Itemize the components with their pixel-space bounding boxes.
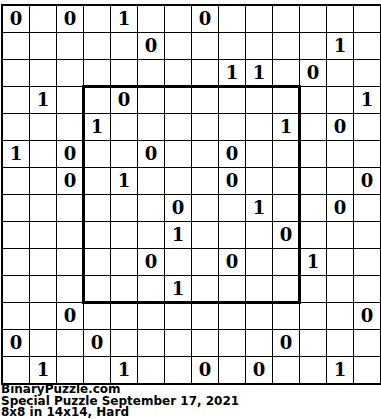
cell-r3c6[interactable] [165,87,191,113]
cell-r11c4[interactable] [111,303,137,329]
cell-r5c1[interactable] [30,141,56,167]
cell-r9c9[interactable] [246,249,272,275]
cell-r0c10[interactable] [273,6,299,32]
cell-r9c12[interactable] [327,249,353,275]
cell-r1c11[interactable] [300,33,326,59]
cell-r1c7[interactable] [192,33,218,59]
cell-r5c8: 0 [219,141,245,167]
cell-r10c8[interactable] [219,276,245,302]
cell-r1c5: 0 [138,33,164,59]
cell-r6c5[interactable] [138,168,164,194]
cell-r10c7[interactable] [192,276,218,302]
cell-r7c12: 0 [327,195,353,221]
cell-r8c9[interactable] [246,222,272,248]
cell-r10c10[interactable] [273,276,299,302]
cell-r5c0: 1 [3,141,29,167]
cell-r13c7: 0 [192,357,218,383]
cell-r8c12[interactable] [327,222,353,248]
cell-r2c10[interactable] [273,60,299,86]
cell-r9c5: 0 [138,249,164,275]
cell-r12c0: 0 [3,330,29,356]
cell-r12c3: 0 [84,330,110,356]
cell-r6c2: 0 [57,168,83,194]
cell-r13c6[interactable] [165,357,191,383]
cell-r13c10[interactable] [273,357,299,383]
cell-r12c8[interactable] [219,330,245,356]
cell-r13c5[interactable] [138,357,164,383]
cell-r6c6[interactable] [165,168,191,194]
cell-r5c7[interactable] [192,141,218,167]
cell-r1c8[interactable] [219,33,245,59]
cell-r4c2[interactable] [57,114,83,140]
cell-r13c2[interactable] [57,357,83,383]
cell-r8c13[interactable] [354,222,380,248]
cell-r7c1[interactable] [30,195,56,221]
cell-r4c10: 1 [273,114,299,140]
cell-r7c4[interactable] [111,195,137,221]
cell-r3c0[interactable] [3,87,29,113]
cell-r5c2: 0 [57,141,83,167]
cell-r2c2[interactable] [57,60,83,86]
cell-r2c6[interactable] [165,60,191,86]
cell-r13c0[interactable] [3,357,29,383]
cell-r0c4: 1 [111,6,137,32]
cell-r13c11[interactable] [300,357,326,383]
cell-r5c5: 0 [138,141,164,167]
cell-r7c13[interactable] [354,195,380,221]
cell-r1c2[interactable] [57,33,83,59]
cell-r13c9: 0 [246,357,272,383]
cell-r0c13[interactable] [354,6,380,32]
cell-r6c4: 1 [111,168,137,194]
cell-r12c1[interactable] [30,330,56,356]
cell-r10c5[interactable] [138,276,164,302]
cell-r11c11[interactable] [300,303,326,329]
cell-r5c6[interactable] [165,141,191,167]
cell-r8c0[interactable] [3,222,29,248]
cell-r3c3[interactable] [84,87,110,113]
cell-r9c7[interactable] [192,249,218,275]
cell-r1c4[interactable] [111,33,137,59]
cell-r1c3[interactable] [84,33,110,59]
cell-r10c3[interactable] [84,276,110,302]
cell-r2c9: 1 [246,60,272,86]
cell-r13c4: 1 [111,357,137,383]
cell-r13c8[interactable] [219,357,245,383]
cell-r3c12[interactable] [327,87,353,113]
cell-r2c13[interactable] [354,60,380,86]
cell-r9c10[interactable] [273,249,299,275]
cell-r0c12[interactable] [327,6,353,32]
cell-r10c13[interactable] [354,276,380,302]
cell-r12c2[interactable] [57,330,83,356]
cell-r3c9[interactable] [246,87,272,113]
cell-r7c9: 1 [246,195,272,221]
cell-r1c10[interactable] [273,33,299,59]
cell-r7c10[interactable] [273,195,299,221]
board-wrapper: 0010011101011101000010001010001100000110… [1,4,381,385]
cell-r9c0[interactable] [3,249,29,275]
cell-r1c0[interactable] [3,33,29,59]
cell-r4c8[interactable] [219,114,245,140]
cell-r11c3[interactable] [84,303,110,329]
cell-r2c1[interactable] [30,60,56,86]
cell-r5c9[interactable] [246,141,272,167]
cell-r9c2[interactable] [57,249,83,275]
cell-r7c8[interactable] [219,195,245,221]
cell-r12c7[interactable] [192,330,218,356]
cell-r1c9[interactable] [246,33,272,59]
cell-r9c11: 1 [300,249,326,275]
cell-r4c0[interactable] [3,114,29,140]
cell-r7c5[interactable] [138,195,164,221]
cell-r6c3[interactable] [84,168,110,194]
cell-r8c10: 0 [273,222,299,248]
cell-r11c2: 0 [57,303,83,329]
cell-r4c5[interactable] [138,114,164,140]
cell-r8c8[interactable] [219,222,245,248]
cell-r6c8: 0 [219,168,245,194]
cell-r1c12: 1 [327,33,353,59]
cell-r5c10[interactable] [273,141,299,167]
cell-r4c4[interactable] [111,114,137,140]
cell-r10c0[interactable] [3,276,29,302]
cell-r0c2: 0 [57,6,83,32]
cell-r7c2[interactable] [57,195,83,221]
puzzle-board: 0010011101011101000010001010001100000110… [1,4,381,385]
cell-r8c2[interactable] [57,222,83,248]
cell-r7c6: 0 [165,195,191,221]
cell-r12c9[interactable] [246,330,272,356]
cell-r0c11[interactable] [300,6,326,32]
cell-r10c6: 1 [165,276,191,302]
cell-r11c9[interactable] [246,303,272,329]
cell-r10c11[interactable] [300,276,326,302]
cell-r1c6[interactable] [165,33,191,59]
cell-r11c5[interactable] [138,303,164,329]
cell-r9c4[interactable] [111,249,137,275]
cell-r0c1[interactable] [30,6,56,32]
cell-r12c4[interactable] [111,330,137,356]
cell-r3c4: 0 [111,87,137,113]
cell-r3c10[interactable] [273,87,299,113]
cell-r6c7[interactable] [192,168,218,194]
cell-r6c10[interactable] [273,168,299,194]
cell-r8c7[interactable] [192,222,218,248]
cell-r11c1[interactable] [30,303,56,329]
cell-r2c8: 1 [219,60,245,86]
cell-r6c0[interactable] [3,168,29,194]
cell-r8c5[interactable] [138,222,164,248]
cell-r0c8[interactable] [219,6,245,32]
cell-r9c3[interactable] [84,249,110,275]
cell-r7c7[interactable] [192,195,218,221]
cell-r4c9[interactable] [246,114,272,140]
cell-r6c12[interactable] [327,168,353,194]
cell-r2c3[interactable] [84,60,110,86]
cell-r5c13[interactable] [354,141,380,167]
cell-r4c13[interactable] [354,114,380,140]
cell-r11c6[interactable] [165,303,191,329]
cell-r10c1[interactable] [30,276,56,302]
cell-r1c13[interactable] [354,33,380,59]
cell-r4c12: 0 [327,114,353,140]
cell-r4c11[interactable] [300,114,326,140]
cell-r2c12[interactable] [327,60,353,86]
cell-r6c9[interactable] [246,168,272,194]
cell-r9c8: 0 [219,249,245,275]
cell-r10c9[interactable] [246,276,272,302]
cell-r3c7[interactable] [192,87,218,113]
cell-r1c1[interactable] [30,33,56,59]
binary-puzzle-page: 0010011101011101000010001010001100000110… [0,0,381,419]
cell-r5c12[interactable] [327,141,353,167]
cell-r0c3[interactable] [84,6,110,32]
cell-r2c7[interactable] [192,60,218,86]
cell-r11c10[interactable] [273,303,299,329]
cell-r8c3[interactable] [84,222,110,248]
cell-r0c6[interactable] [165,6,191,32]
cell-r2c4[interactable] [111,60,137,86]
cell-r2c5[interactable] [138,60,164,86]
cell-r5c11[interactable] [300,141,326,167]
cell-r2c0[interactable] [3,60,29,86]
cell-r0c7: 0 [192,6,218,32]
cell-r5c4[interactable] [111,141,137,167]
cell-r7c0[interactable] [3,195,29,221]
puzzle-size-difficulty: 8x8 in 14x14, Hard [1,407,380,419]
cell-r8c11[interactable] [300,222,326,248]
footer: BinaryPuzzle.com Special Puzzle Septembe… [1,384,380,419]
cell-r2c11: 0 [300,60,326,86]
cell-r11c0[interactable] [3,303,29,329]
cell-r6c11[interactable] [300,168,326,194]
cell-r8c4[interactable] [111,222,137,248]
cell-r12c5[interactable] [138,330,164,356]
cell-r4c6[interactable] [165,114,191,140]
cell-r11c13: 0 [354,303,380,329]
cell-r3c5[interactable] [138,87,164,113]
cell-r10c2[interactable] [57,276,83,302]
cell-r8c6: 1 [165,222,191,248]
cell-r13c1: 1 [30,357,56,383]
cell-r12c12[interactable] [327,330,353,356]
cell-r4c1[interactable] [30,114,56,140]
cell-r9c6[interactable] [165,249,191,275]
cell-r11c8[interactable] [219,303,245,329]
cell-r9c1[interactable] [30,249,56,275]
cell-r11c12[interactable] [327,303,353,329]
cell-r6c1[interactable] [30,168,56,194]
cell-r0c9[interactable] [246,6,272,32]
cell-r3c11[interactable] [300,87,326,113]
cell-r6c13: 0 [354,168,380,194]
cell-r7c11[interactable] [300,195,326,221]
cell-r13c12: 1 [327,357,353,383]
cell-r8c1[interactable] [30,222,56,248]
cell-r4c3: 1 [84,114,110,140]
cell-r9c13[interactable] [354,249,380,275]
cell-r12c11[interactable] [300,330,326,356]
cell-r13c3[interactable] [84,357,110,383]
cell-r0c0: 0 [3,6,29,32]
cell-r3c2[interactable] [57,87,83,113]
cell-r10c12[interactable] [327,276,353,302]
cell-r10c4[interactable] [111,276,137,302]
cell-r13c13[interactable] [354,357,380,383]
cell-r11c7[interactable] [192,303,218,329]
cell-r3c13: 1 [354,87,380,113]
cell-r12c6[interactable] [165,330,191,356]
cell-r0c5[interactable] [138,6,164,32]
cell-r3c1: 1 [30,87,56,113]
cell-r12c13[interactable] [354,330,380,356]
cell-r7c3[interactable] [84,195,110,221]
cell-r3c8[interactable] [219,87,245,113]
cell-r12c10: 0 [273,330,299,356]
cell-r4c7[interactable] [192,114,218,140]
cell-r5c3[interactable] [84,141,110,167]
